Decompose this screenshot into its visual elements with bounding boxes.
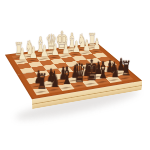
square-d6 [62, 72, 78, 79]
square-b6 [38, 75, 54, 82]
square-f6 [84, 68, 100, 74]
scene: ♜♞♝♛♚♝♞♜♟♟♟♟♟♟♟♟♟♟♟♟♟♟♟♟♜♞♝♛♚♝♞♜ [16, 14, 123, 121]
chess-board: ♜♞♝♛♚♝♞♜♟♟♟♟♟♟♟♟♟♟♟♟♟♟♟♟♜♞♝♛♚♝♞♜ [5, 43, 142, 100]
square-a6 [26, 77, 42, 84]
chess-set-photo: ♜♞♝♛♚♝♞♜♟♟♟♟♟♟♟♟♟♟♟♟♟♟♟♟♜♞♝♛♚♝♞♜ [0, 0, 150, 150]
square-e6 [73, 70, 89, 77]
square-c6 [50, 73, 66, 80]
square-g6 [95, 67, 111, 73]
